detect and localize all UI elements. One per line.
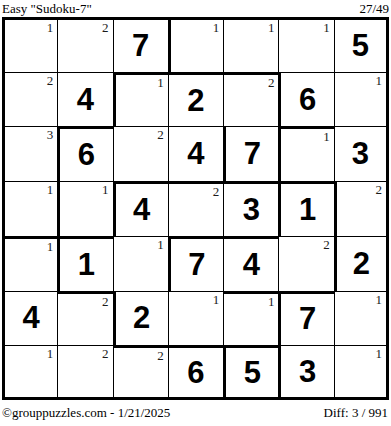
corner-pencil-mark: 1 [375, 73, 382, 89]
corner-pencil-mark: 2 [375, 182, 382, 198]
corner-pencil-mark: 2 [268, 75, 275, 91]
given-digit: 5 [226, 348, 278, 397]
given-digit: 5 [335, 20, 386, 72]
cell-r4c3[interactable]: 4 [113, 181, 168, 236]
cell-r2c7[interactable]: 1 [334, 72, 389, 127]
cell-r5c7[interactable]: 2 [334, 236, 389, 291]
given-digit: 4 [169, 127, 223, 181]
cell-r5c5[interactable]: 4 [223, 236, 278, 291]
cell-r7c5[interactable]: 5 [223, 345, 278, 400]
given-digit: 3 [335, 127, 386, 181]
given-digit: 7 [281, 294, 333, 346]
corner-pencil-mark: 3 [47, 127, 54, 143]
given-digit: 3 [281, 346, 333, 397]
given-digit: 2 [337, 237, 386, 291]
cell-r6c4[interactable]: 1 [168, 291, 223, 346]
corner-pencil-mark: 2 [102, 294, 109, 310]
given-digit: 2 [116, 292, 168, 346]
cell-r2c5[interactable]: 2 [223, 72, 278, 127]
cell-r7c2[interactable]: 2 [57, 345, 112, 400]
given-digit: 4 [224, 239, 278, 291]
cell-r4c2[interactable]: 1 [57, 181, 112, 236]
cell-r5c4[interactable]: 7 [168, 236, 223, 291]
cell-r6c6[interactable]: 7 [278, 291, 333, 346]
corner-pencil-mark: 2 [102, 20, 109, 36]
cell-r4c6[interactable]: 1 [278, 181, 333, 236]
corner-pencil-mark: 1 [102, 182, 109, 198]
corner-pencil-mark: 1 [323, 20, 330, 36]
given-digit: 2 [169, 75, 223, 127]
corner-pencil-mark: 2 [47, 73, 54, 89]
cell-r3c2[interactable]: 6 [57, 126, 112, 181]
cell-r5c1[interactable]: 1 [2, 236, 57, 291]
cell-r3c7[interactable]: 3 [334, 126, 389, 181]
cell-r6c5[interactable]: 1 [223, 291, 278, 346]
cell-r6c2[interactable]: 2 [57, 291, 112, 346]
corner-pencil-mark: 1 [268, 20, 275, 36]
corner-pencil-mark: 2 [213, 184, 220, 200]
cell-r6c7[interactable]: 1 [334, 291, 389, 346]
given-digit: 6 [169, 348, 223, 397]
corner-pencil-mark: 1 [213, 292, 220, 308]
sudoku-board: 1271115241226136247131142312111742242211… [2, 17, 389, 400]
given-digit: 1 [281, 184, 333, 236]
cell-r5c6[interactable]: 2 [278, 236, 333, 291]
cell-r3c1[interactable]: 3 [2, 126, 57, 181]
cell-r2c4[interactable]: 2 [168, 72, 223, 127]
corner-pencil-mark: 1 [47, 182, 54, 198]
cell-r7c1[interactable]: 1 [2, 345, 57, 400]
given-digit: 7 [114, 20, 168, 72]
corner-pencil-mark: 1 [157, 75, 164, 91]
cell-r4c1[interactable]: 1 [2, 181, 57, 236]
corner-pencil-mark: 1 [157, 237, 164, 253]
corner-pencil-mark: 1 [375, 346, 382, 362]
difficulty-text: Diff: 3 / 991 [324, 405, 388, 421]
cell-r3c5[interactable]: 7 [223, 126, 278, 181]
given-digit: 4 [5, 292, 57, 346]
cell-r2c3[interactable]: 1 [113, 72, 168, 127]
corner-pencil-mark: 1 [375, 292, 382, 308]
cell-r2c6[interactable]: 6 [278, 72, 333, 127]
cell-r2c1[interactable]: 2 [2, 72, 57, 127]
given-digit: 7 [226, 127, 278, 181]
cell-r1c4[interactable]: 1 [168, 17, 223, 72]
corner-pencil-mark: 1 [268, 294, 275, 310]
given-digit: 3 [224, 184, 278, 236]
cell-r6c3[interactable]: 2 [113, 291, 168, 346]
corner-pencil-mark: 1 [47, 20, 54, 36]
corner-pencil-mark: 2 [102, 346, 109, 362]
cell-r3c4[interactable]: 4 [168, 126, 223, 181]
cell-r4c4[interactable]: 2 [168, 181, 223, 236]
page-title: Easy "Sudoku-7" [2, 1, 92, 17]
corner-pencil-mark: 1 [47, 346, 54, 362]
cell-r1c6[interactable]: 1 [278, 17, 333, 72]
given-digit: 4 [58, 73, 112, 127]
corner-pencil-mark: 1 [213, 20, 220, 36]
corner-pencil-mark: 2 [157, 348, 164, 364]
cell-r1c2[interactable]: 2 [57, 17, 112, 72]
corner-pencil-mark: 2 [323, 237, 330, 253]
cell-r1c5[interactable]: 1 [223, 17, 278, 72]
copyright-text: ©grouppuzzles.com - 1/21/2025 [2, 405, 170, 421]
cell-r1c1[interactable]: 1 [2, 17, 57, 72]
cell-r3c6[interactable]: 1 [278, 126, 333, 181]
cell-r7c6[interactable]: 3 [278, 345, 333, 400]
cell-r3c3[interactable]: 2 [113, 126, 168, 181]
given-digit: 6 [60, 129, 112, 181]
cell-r5c3[interactable]: 1 [113, 236, 168, 291]
cell-r4c7[interactable]: 2 [334, 181, 389, 236]
corner-pencil-mark: 1 [47, 239, 54, 255]
cell-r7c3[interactable]: 2 [113, 345, 168, 400]
cell-r7c7[interactable]: 1 [334, 345, 389, 400]
given-digit: 7 [171, 239, 223, 291]
cell-r4c5[interactable]: 3 [223, 181, 278, 236]
cell-r1c7[interactable]: 5 [334, 17, 389, 72]
given-digit: 6 [281, 73, 333, 127]
given-digit: 4 [116, 184, 168, 236]
corner-pencil-mark: 1 [323, 129, 330, 145]
cell-r2c2[interactable]: 4 [57, 72, 112, 127]
cell-r7c4[interactable]: 6 [168, 345, 223, 400]
given-digit: 1 [60, 239, 112, 291]
cell-r5c2[interactable]: 1 [57, 236, 112, 291]
cell-r6c1[interactable]: 4 [2, 291, 57, 346]
remaining-counter: 27/49 [359, 1, 389, 17]
cell-r1c3[interactable]: 7 [113, 17, 168, 72]
corner-pencil-mark: 2 [157, 127, 164, 143]
